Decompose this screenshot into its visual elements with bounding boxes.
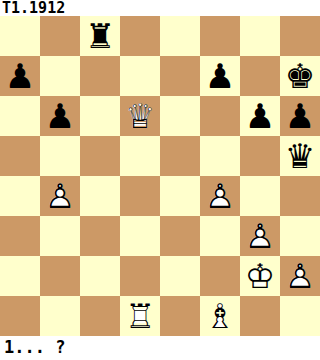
square-a1[interactable] [0,296,40,336]
square-c8[interactable]: ♜ [80,16,120,56]
square-d7[interactable] [120,56,160,96]
square-b1[interactable] [40,296,80,336]
square-g7[interactable] [240,56,280,96]
square-g4[interactable] [240,176,280,216]
square-f2[interactable] [200,256,240,296]
square-f7[interactable]: ♟ [200,56,240,96]
square-a2[interactable] [0,256,40,296]
black-rook[interactable]: ♜ [80,16,120,56]
square-e2[interactable] [160,256,200,296]
black-pawn[interactable]: ♟ [200,56,240,96]
square-c6[interactable] [80,96,120,136]
square-d1[interactable]: ♜♖ [120,296,160,336]
square-h8[interactable] [280,16,320,56]
move-prompt: 1... ? [0,336,320,360]
square-f4[interactable]: ♟♙ [200,176,240,216]
square-g3[interactable]: ♟♙ [240,216,280,256]
square-h3[interactable] [280,216,320,256]
square-d5[interactable] [120,136,160,176]
square-e4[interactable] [160,176,200,216]
white-pawn[interactable]: ♙ [200,176,240,216]
square-c7[interactable] [80,56,120,96]
square-h1[interactable] [280,296,320,336]
white-pawn[interactable]: ♙ [280,256,320,296]
square-h7[interactable]: ♚ [280,56,320,96]
black-king[interactable]: ♚ [280,56,320,96]
square-g6[interactable]: ♟ [240,96,280,136]
square-c2[interactable] [80,256,120,296]
square-a7[interactable]: ♟ [0,56,40,96]
black-pawn[interactable]: ♟ [280,96,320,136]
square-a3[interactable] [0,216,40,256]
chess-board[interactable]: ♜♟♟♚♟♛♕♟♟♛♟♙♟♙♟♙♚♔♟♙♜♖♝♗ [0,16,320,336]
square-a6[interactable] [0,96,40,136]
square-d6[interactable]: ♛♕ [120,96,160,136]
square-h6[interactable]: ♟ [280,96,320,136]
square-c3[interactable] [80,216,120,256]
square-c1[interactable] [80,296,120,336]
square-e7[interactable] [160,56,200,96]
square-d3[interactable] [120,216,160,256]
square-e1[interactable] [160,296,200,336]
square-e6[interactable] [160,96,200,136]
black-pawn[interactable]: ♟ [0,56,40,96]
square-c5[interactable] [80,136,120,176]
white-queen[interactable]: ♕ [120,96,160,136]
square-f8[interactable] [200,16,240,56]
white-pawn[interactable]: ♙ [240,216,280,256]
white-pawn[interactable]: ♙ [40,176,80,216]
square-d8[interactable] [120,16,160,56]
square-f5[interactable] [200,136,240,176]
square-b4[interactable]: ♟♙ [40,176,80,216]
square-b5[interactable] [40,136,80,176]
white-rook[interactable]: ♖ [120,296,160,336]
square-f6[interactable] [200,96,240,136]
black-pawn[interactable]: ♟ [240,96,280,136]
white-king[interactable]: ♔ [240,256,280,296]
square-g1[interactable] [240,296,280,336]
square-a4[interactable] [0,176,40,216]
black-queen[interactable]: ♛ [280,136,320,176]
square-c4[interactable] [80,176,120,216]
puzzle-id: T1.1912 [0,0,320,16]
white-bishop[interactable]: ♗ [200,296,240,336]
square-b6[interactable]: ♟ [40,96,80,136]
square-e5[interactable] [160,136,200,176]
square-a8[interactable] [0,16,40,56]
square-h2[interactable]: ♟♙ [280,256,320,296]
square-e3[interactable] [160,216,200,256]
square-f3[interactable] [200,216,240,256]
square-h5[interactable]: ♛ [280,136,320,176]
square-d4[interactable] [120,176,160,216]
square-f1[interactable]: ♝♗ [200,296,240,336]
square-d2[interactable] [120,256,160,296]
square-b7[interactable] [40,56,80,96]
square-b2[interactable] [40,256,80,296]
square-g5[interactable] [240,136,280,176]
square-b8[interactable] [40,16,80,56]
square-g2[interactable]: ♚♔ [240,256,280,296]
square-g8[interactable] [240,16,280,56]
square-h4[interactable] [280,176,320,216]
square-e8[interactable] [160,16,200,56]
black-pawn[interactable]: ♟ [40,96,80,136]
square-a5[interactable] [0,136,40,176]
square-b3[interactable] [40,216,80,256]
